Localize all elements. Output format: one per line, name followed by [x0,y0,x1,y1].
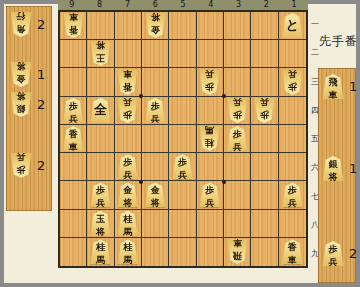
sente-captured-tray: 飛車1銀将1歩兵2 [318,68,356,283]
file-label: 5 [169,0,197,10]
board-cell-6五[interactable] [142,125,169,153]
shogi-piece[interactable]: 歩兵 [254,98,275,123]
file-label: 3 [225,0,253,10]
file-labels: 987654321 [58,0,308,10]
board-cell-2八[interactable] [251,210,278,238]
shogi-piece[interactable]: 歩兵 [227,126,248,151]
board-cell-3七[interactable] [224,181,251,209]
board-cell-8六[interactable] [87,153,114,181]
board-cell-5三[interactable] [169,68,196,96]
board-cell-3八[interactable] [224,210,251,238]
board-cell-2七[interactable] [251,181,278,209]
turn-indicator: 先手番 [319,33,358,50]
hand-count: 1 [349,161,357,176]
hoshi-dot [222,180,226,184]
hoshi-dot [139,180,143,184]
shogi-piece[interactable]: 香車 [282,239,303,264]
board-cell-5六[interactable]: 歩兵 [169,153,196,181]
hand-count: 2 [37,158,45,173]
board-cell-6八[interactable] [142,210,169,238]
board-cell-5七[interactable] [169,181,196,209]
board-cell-5五[interactable] [169,125,196,153]
board-cell-6三[interactable] [142,68,169,96]
board-cell-1六[interactable] [279,153,306,181]
hand-piece[interactable]: 飛車1 [322,74,357,99]
board-cell-1一[interactable]: と [279,12,306,40]
board-cell-8九[interactable]: 桂馬 [87,238,114,266]
shogi-piece[interactable]: 飛車 [322,74,344,99]
board-cell-6二[interactable] [142,40,169,68]
shogi-piece[interactable]: 桂馬 [117,239,138,264]
board-cell-1四[interactable] [279,97,306,125]
hand-piece[interactable]: 歩兵2 [10,153,45,178]
board-cell-5一[interactable] [169,12,196,40]
shogi-piece[interactable]: 玉将 [90,211,111,236]
board-cell-3五[interactable]: 歩兵 [224,125,251,153]
board-cell-9六[interactable] [60,153,87,181]
hand-piece[interactable]: 角行2 [10,12,45,37]
board-cell-3六[interactable] [224,153,251,181]
board-cell-8八[interactable]: 玉将 [87,210,114,238]
board-cell-2六[interactable] [251,153,278,181]
hoshi-dot [222,94,226,98]
board-cell-7九[interactable]: 桂馬 [115,238,142,266]
shogi-piece[interactable]: 銀将 [322,156,344,181]
shogi-piece[interactable]: 金将 [10,62,32,87]
board-cell-7一[interactable] [115,12,142,40]
board-cell-8七[interactable]: 歩兵 [87,181,114,209]
shogi-board: 香車金将と王将香車歩兵歩兵歩兵全歩兵歩兵歩兵歩兵香車桂馬歩兵歩兵歩兵歩兵金将金将… [58,10,308,268]
hand-count: 2 [37,97,45,112]
shogi-piece[interactable]: 歩兵 [322,241,344,266]
board-cell-9二[interactable] [60,40,87,68]
board-cell-1二[interactable] [279,40,306,68]
board-cell-3四[interactable]: 歩兵 [224,97,251,125]
file-label: 2 [252,0,280,10]
board-cell-9八[interactable] [60,210,87,238]
board-cell-8一[interactable] [87,12,114,40]
shogi-piece[interactable]: 歩兵 [117,98,138,123]
shogi-piece[interactable]: 歩兵 [117,154,138,179]
hand-piece[interactable]: 銀将1 [322,156,357,181]
shogi-piece[interactable]: 金将 [117,182,138,207]
shogi-piece[interactable]: 歩兵 [282,182,303,207]
shogi-piece[interactable]: 香車 [117,70,138,95]
gote-captured-tray: 角行2金将1銀将2歩兵2 [6,6,52,211]
shogi-piece[interactable]: 銀将 [10,92,32,117]
board-cell-6九[interactable] [142,238,169,266]
hand-piece[interactable]: 歩兵2 [322,241,357,266]
shogi-piece[interactable]: 金将 [145,13,166,38]
board-cell-2九[interactable] [251,238,278,266]
board-cell-3一[interactable] [224,12,251,40]
file-label: 6 [141,0,169,10]
board-cell-4六[interactable] [197,153,224,181]
shogi-piece[interactable]: 歩兵 [10,153,32,178]
board-cell-5九[interactable] [169,238,196,266]
board-cell-6四[interactable]: 歩兵 [142,97,169,125]
board-cell-8三[interactable] [87,68,114,96]
board-cell-3九[interactable]: 飛車 [224,238,251,266]
board-cell-8四[interactable]: 全 [87,97,114,125]
board-cell-4八[interactable] [197,210,224,238]
shogi-piece[interactable]: 桂馬 [117,211,138,236]
board-cell-7八[interactable]: 桂馬 [115,210,142,238]
board-cell-7二[interactable] [115,40,142,68]
hand-count: 2 [349,246,357,261]
board-cell-7七[interactable]: 金将 [115,181,142,209]
shogi-piece[interactable]: 歩兵 [199,70,220,95]
hand-piece[interactable]: 金将1 [10,62,45,87]
board-cell-9一[interactable]: 香車 [60,12,87,40]
board-cell-4七[interactable]: 歩兵 [197,181,224,209]
board-cell-7五[interactable] [115,125,142,153]
hand-count: 1 [349,79,357,94]
shogi-piece[interactable]: 香車 [63,126,84,151]
shogi-piece[interactable]: 歩兵 [282,70,303,95]
shogi-piece[interactable]: 歩兵 [199,182,220,207]
hand-count: 1 [37,67,45,82]
shogi-piece[interactable]: 歩兵 [90,182,111,207]
hand-piece[interactable]: 銀将2 [10,92,45,117]
board-cell-6六[interactable] [142,153,169,181]
shogi-piece[interactable]: 全 [90,98,111,123]
hoshi-dot [139,94,143,98]
board-cell-7三[interactable]: 香車 [115,68,142,96]
board-cell-9五[interactable]: 香車 [60,125,87,153]
board-cell-9三[interactable] [60,68,87,96]
board-cell-1九[interactable]: 香車 [279,238,306,266]
file-label: 8 [86,0,114,10]
board-cell-4三[interactable]: 歩兵 [197,68,224,96]
board-cell-6七[interactable]: 金将 [142,181,169,209]
board-cell-7六[interactable]: 歩兵 [115,153,142,181]
file-label: 1 [280,0,308,10]
file-label: 4 [197,0,225,10]
board-cell-2三[interactable] [251,68,278,96]
board-cell-2二[interactable] [251,40,278,68]
shogi-piece[interactable]: 歩兵 [172,154,193,179]
board-cell-4一[interactable] [197,12,224,40]
shogi-piece[interactable]: 歩兵 [227,98,248,123]
shogi-piece[interactable]: 王将 [90,41,111,66]
board-cell-4二[interactable] [197,40,224,68]
shogi-piece[interactable]: 桂馬 [199,126,220,151]
board-cell-8五[interactable] [87,125,114,153]
board-cell-1五[interactable] [279,125,306,153]
shogi-piece[interactable]: と [282,13,303,38]
board-cell-5八[interactable] [169,210,196,238]
shogi-piece[interactable]: 歩兵 [145,98,166,123]
board-cell-1八[interactable] [279,210,306,238]
app-window: 987654321 一二三四五六七八九 香車金将と王将香車歩兵歩兵歩兵全歩兵歩兵… [0,0,360,287]
board-cell-3三[interactable] [224,68,251,96]
board-cell-5二[interactable] [169,40,196,68]
hand-count: 2 [37,17,45,32]
board-cell-8二[interactable]: 王将 [87,40,114,68]
file-label: 7 [114,0,142,10]
board-cell-6一[interactable]: 金将 [142,12,169,40]
board-cell-9九[interactable] [60,238,87,266]
file-label: 9 [58,0,86,10]
board-cell-1三[interactable]: 歩兵 [279,68,306,96]
board-cell-2一[interactable] [251,12,278,40]
board-cell-3二[interactable] [224,40,251,68]
board-cell-9四[interactable]: 歩兵 [60,97,87,125]
shogi-piece[interactable]: 桂馬 [90,239,111,264]
board-cell-4五[interactable]: 桂馬 [197,125,224,153]
board-cell-2五[interactable] [251,125,278,153]
shogi-piece[interactable]: 金将 [145,182,166,207]
board-cell-7四[interactable]: 歩兵 [115,97,142,125]
board-cell-1七[interactable]: 歩兵 [279,181,306,209]
board-cell-4九[interactable] [197,238,224,266]
board-cell-4四[interactable] [197,97,224,125]
board-cell-9七[interactable] [60,181,87,209]
board-cell-5四[interactable] [169,97,196,125]
shogi-piece[interactable]: 歩兵 [63,98,84,123]
shogi-piece[interactable]: 飛車 [227,239,248,264]
board-cell-2四[interactable]: 歩兵 [251,97,278,125]
shogi-piece[interactable]: 香車 [63,13,84,38]
shogi-piece[interactable]: 角行 [10,12,32,37]
